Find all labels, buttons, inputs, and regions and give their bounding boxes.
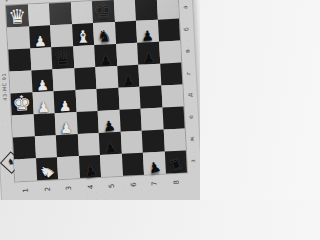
maker-stamp-text: 43-МС 91 [0, 67, 8, 107]
file-label-d: г [186, 71, 192, 74]
square-b8[interactable] [157, 19, 180, 42]
file-label-f: е [188, 115, 194, 119]
rank-label-5: 5 [108, 174, 116, 196]
square-h1[interactable] [14, 158, 37, 181]
square-f6[interactable] [119, 109, 142, 132]
square-d5[interactable] [95, 66, 118, 89]
square-d4[interactable] [74, 67, 97, 90]
square-b4[interactable]: ♝ [72, 23, 95, 46]
square-g5[interactable]: ♟ [99, 132, 122, 155]
board-grid: ♛♚♟♝♞♟♛♟♟♟♟♚♟♟♟♟♟♞♟♟♜ [6, 0, 187, 181]
square-c2[interactable] [30, 47, 53, 70]
square-a2[interactable] [27, 3, 50, 26]
square-e2[interactable]: ♟ [32, 91, 55, 114]
square-e1[interactable]: ♚ [11, 92, 34, 115]
square-c7[interactable]: ♟ [137, 42, 160, 65]
square-e8[interactable] [161, 85, 184, 108]
square-h4[interactable]: ♟ [78, 155, 101, 178]
square-f4[interactable] [76, 111, 99, 134]
square-g8[interactable] [163, 128, 186, 151]
square-b1[interactable] [7, 26, 30, 49]
square-e6[interactable] [118, 87, 141, 110]
square-h8[interactable]: ♜ [164, 150, 187, 173]
file-label-e: д [187, 93, 193, 97]
square-d7[interactable] [138, 64, 161, 87]
piece-black-n-b5[interactable]: ♞ [93, 28, 115, 45]
square-d6[interactable]: ♟ [117, 65, 140, 88]
square-e3[interactable]: ♟ [54, 90, 77, 113]
chess-board-sheet: 43-МС 91 ♛♚♟♝♞♟♛♟♟♟♟♚♟♟♟♟♟♞♟♟♜ ♞ 1234567… [0, 0, 200, 200]
square-h5[interactable] [100, 154, 123, 177]
piece-black-q-c3[interactable]: ♛ [51, 48, 74, 69]
square-c3[interactable]: ♛ [51, 46, 74, 69]
square-c8[interactable] [159, 41, 182, 64]
square-a8[interactable] [156, 0, 179, 20]
piece-black-k-a5[interactable]: ♚ [92, 0, 115, 22]
rank-label-1: 1 [22, 179, 30, 200]
square-f3[interactable]: ♟ [55, 112, 78, 135]
square-h2[interactable]: ♞ [36, 157, 59, 180]
piece-black-r-h8[interactable]: ♜ [163, 155, 188, 176]
file-label-h: з [190, 159, 196, 163]
square-a5[interactable]: ♚ [92, 0, 115, 23]
square-c1[interactable] [8, 48, 31, 71]
square-e7[interactable] [139, 86, 162, 109]
square-a4[interactable] [70, 1, 93, 24]
square-c6[interactable] [116, 43, 139, 66]
photo-scene: 43-МС 91 ♛♚♟♝♞♟♛♟♟♟♟♚♟♟♟♟♟♞♟♟♜ ♞ 1234567… [0, 0, 200, 200]
square-c5[interactable]: ♟ [94, 44, 117, 67]
square-g3[interactable] [56, 134, 79, 157]
square-a6[interactable] [113, 0, 136, 22]
square-d8[interactable] [160, 63, 183, 86]
square-h6[interactable] [121, 153, 144, 176]
piece-white-k-e1[interactable]: ♚ [11, 93, 34, 115]
file-label-b: б [183, 27, 189, 31]
piece-black-p-h7[interactable]: ♟ [142, 158, 166, 177]
square-b7[interactable]: ♟ [136, 20, 159, 43]
square-f8[interactable] [162, 106, 185, 129]
square-f5[interactable]: ♟ [98, 110, 121, 133]
square-g7[interactable] [142, 130, 165, 153]
square-e5[interactable] [96, 88, 119, 111]
square-b3[interactable] [50, 24, 73, 47]
square-a7[interactable] [135, 0, 158, 21]
square-f7[interactable] [141, 108, 164, 131]
file-label-c: в [185, 49, 191, 53]
rank-label-6: 6 [130, 173, 138, 195]
square-a1[interactable]: ♛ [6, 5, 29, 28]
square-b6[interactable] [114, 21, 137, 44]
rank-label-3: 3 [65, 177, 73, 199]
square-c4[interactable] [73, 45, 96, 68]
square-d2[interactable]: ♟ [31, 69, 54, 92]
square-a3[interactable] [49, 2, 72, 25]
square-b2[interactable]: ♟ [29, 25, 52, 48]
square-g4[interactable] [77, 133, 100, 156]
square-f2[interactable] [33, 113, 56, 136]
square-d3[interactable] [52, 68, 75, 91]
square-g2[interactable] [34, 135, 57, 158]
file-label-g: ж [189, 136, 195, 142]
square-b5[interactable]: ♞ [93, 22, 116, 45]
square-h3[interactable] [57, 156, 80, 179]
square-f1[interactable] [12, 114, 35, 137]
square-g1[interactable] [13, 136, 36, 159]
square-h7[interactable]: ♟ [143, 152, 166, 175]
piece-white-q-a1[interactable]: ♛ [6, 6, 29, 27]
piece-white-b-b4[interactable]: ♝ [72, 28, 94, 46]
snap-holes [6, 0, 8, 2]
square-e4[interactable] [75, 89, 98, 112]
square-g6[interactable] [120, 131, 143, 154]
file-label-a: а [182, 5, 188, 9]
piece-black-p-h4[interactable]: ♟ [78, 162, 102, 180]
